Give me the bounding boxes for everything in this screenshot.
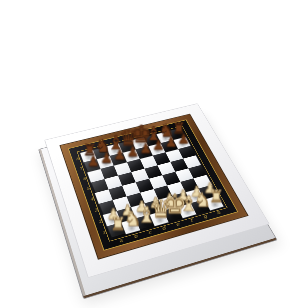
piece-black-pawn: ♟ [165, 135, 177, 148]
piece-black-pawn: ♟ [113, 148, 125, 161]
chess-board: ♜♞♝♛♚♝♞♜♟♟♟♟♟♟♟♟♟♟♟♟♟♟♟♟♜♞♝♛♚♝♞♜ [80, 128, 224, 238]
piece-black-pawn: ♟ [87, 155, 99, 168]
square-b6 [101, 166, 118, 179]
square-f5 [157, 162, 175, 175]
square-c4 [122, 182, 140, 196]
scene: ♜♞♝♛♚♝♞♜♟♟♟♟♟♟♟♟♟♟♟♟♟♟♟♟♜♞♝♛♚♝♞♜ abcdefg… [0, 0, 290, 308]
square-h4 [188, 165, 206, 178]
piece-black-pawn: ♟ [152, 138, 164, 151]
chess-set-photo: ♜♞♝♛♚♝♞♜♟♟♟♟♟♟♟♟♟♟♟♟♟♟♟♟♜♞♝♛♚♝♞♜ abcdefg… [0, 0, 290, 308]
piece-black-pawn: ♟ [139, 142, 151, 155]
piece-white-rook: ♜ [110, 216, 126, 233]
square-h6 [178, 146, 196, 159]
piece-black-pawn: ♟ [177, 132, 189, 145]
piece-black-pawn: ♟ [100, 151, 112, 164]
piece-black-pawn: ♟ [126, 145, 138, 158]
